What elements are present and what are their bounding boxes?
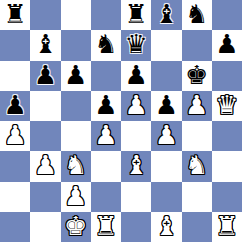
square-e3[interactable]: ♝ bbox=[121, 151, 151, 181]
black-bishop: ♝ bbox=[34, 31, 57, 57]
square-h2[interactable] bbox=[212, 182, 242, 212]
black-pawn: ♟ bbox=[124, 62, 147, 88]
square-e5[interactable]: ♟ bbox=[121, 91, 151, 121]
square-b8[interactable] bbox=[30, 0, 60, 30]
black-pawn: ♟ bbox=[94, 92, 117, 118]
square-b6[interactable]: ♟ bbox=[30, 61, 60, 91]
white-pawn: ♟ bbox=[64, 183, 87, 209]
white-pawn: ♟ bbox=[3, 122, 26, 148]
square-c2[interactable]: ♟ bbox=[61, 182, 91, 212]
square-c4[interactable] bbox=[61, 121, 91, 151]
white-king: ♚ bbox=[64, 213, 87, 239]
black-pawn: ♟ bbox=[3, 92, 26, 118]
black-pawn: ♟ bbox=[34, 62, 57, 88]
square-a1[interactable] bbox=[0, 212, 30, 242]
white-pawn: ♟ bbox=[155, 122, 178, 148]
square-c3[interactable]: ♞ bbox=[61, 151, 91, 181]
square-a4[interactable]: ♟ bbox=[0, 121, 30, 151]
square-h5[interactable]: ♛ bbox=[212, 91, 242, 121]
square-h3[interactable] bbox=[212, 151, 242, 181]
square-h4[interactable] bbox=[212, 121, 242, 151]
square-a5[interactable]: ♟ bbox=[0, 91, 30, 121]
white-pawn: ♟ bbox=[94, 122, 117, 148]
square-g2[interactable] bbox=[182, 182, 212, 212]
square-b3[interactable]: ♟ bbox=[30, 151, 60, 181]
square-a7[interactable] bbox=[0, 30, 30, 60]
square-d7[interactable]: ♞ bbox=[91, 30, 121, 60]
square-g6[interactable]: ♚ bbox=[182, 61, 212, 91]
square-h1[interactable]: ♜ bbox=[212, 212, 242, 242]
square-f5[interactable]: ♟ bbox=[151, 91, 181, 121]
square-e2[interactable] bbox=[121, 182, 151, 212]
square-g8[interactable]: ♞ bbox=[182, 0, 212, 30]
square-f8[interactable]: ♝ bbox=[151, 0, 181, 30]
white-bishop: ♝ bbox=[124, 152, 147, 178]
white-queen: ♛ bbox=[215, 92, 238, 118]
square-f1[interactable]: ♝ bbox=[151, 212, 181, 242]
square-c6[interactable]: ♟ bbox=[61, 61, 91, 91]
square-f7[interactable] bbox=[151, 30, 181, 60]
square-b5[interactable] bbox=[30, 91, 60, 121]
black-pawn: ♟ bbox=[155, 92, 178, 118]
square-d4[interactable]: ♟ bbox=[91, 121, 121, 151]
square-g1[interactable] bbox=[182, 212, 212, 242]
square-e1[interactable] bbox=[121, 212, 151, 242]
white-knight: ♞ bbox=[64, 152, 87, 178]
white-pawn: ♟ bbox=[124, 92, 147, 118]
square-b1[interactable] bbox=[30, 212, 60, 242]
square-h6[interactable] bbox=[212, 61, 242, 91]
square-f2[interactable] bbox=[151, 182, 181, 212]
square-a6[interactable] bbox=[0, 61, 30, 91]
square-c5[interactable] bbox=[61, 91, 91, 121]
black-rook: ♜ bbox=[3, 1, 26, 27]
square-d3[interactable] bbox=[91, 151, 121, 181]
black-knight: ♞ bbox=[185, 1, 208, 27]
white-rook: ♜ bbox=[215, 213, 238, 239]
square-c1[interactable]: ♚ bbox=[61, 212, 91, 242]
black-queen: ♛ bbox=[124, 31, 147, 57]
black-king: ♚ bbox=[185, 62, 208, 88]
square-d8[interactable] bbox=[91, 0, 121, 30]
black-knight: ♞ bbox=[94, 31, 117, 57]
black-pawn: ♟ bbox=[64, 62, 87, 88]
white-rook: ♜ bbox=[94, 213, 117, 239]
square-e4[interactable] bbox=[121, 121, 151, 151]
square-f4[interactable]: ♟ bbox=[151, 121, 181, 151]
square-b7[interactable]: ♝ bbox=[30, 30, 60, 60]
square-g7[interactable] bbox=[182, 30, 212, 60]
square-e6[interactable]: ♟ bbox=[121, 61, 151, 91]
square-g5[interactable]: ♟ bbox=[182, 91, 212, 121]
square-f3[interactable] bbox=[151, 151, 181, 181]
square-h7[interactable]: ♟ bbox=[212, 30, 242, 60]
chess-board: ♜♜♝♞♝♞♛♟♟♟♟♚♟♟♟♟♟♛♟♟♟♟♞♝♞♟♚♜♝♜ bbox=[0, 0, 242, 242]
square-e7[interactable]: ♛ bbox=[121, 30, 151, 60]
black-bishop: ♝ bbox=[155, 1, 178, 27]
square-d5[interactable]: ♟ bbox=[91, 91, 121, 121]
square-f6[interactable] bbox=[151, 61, 181, 91]
white-knight: ♞ bbox=[185, 152, 208, 178]
square-d6[interactable] bbox=[91, 61, 121, 91]
square-a2[interactable] bbox=[0, 182, 30, 212]
square-d2[interactable] bbox=[91, 182, 121, 212]
white-pawn: ♟ bbox=[185, 92, 208, 118]
square-c8[interactable] bbox=[61, 0, 91, 30]
square-c7[interactable] bbox=[61, 30, 91, 60]
white-bishop: ♝ bbox=[155, 213, 178, 239]
white-pawn: ♟ bbox=[34, 152, 57, 178]
square-b2[interactable] bbox=[30, 182, 60, 212]
square-d1[interactable]: ♜ bbox=[91, 212, 121, 242]
square-g3[interactable]: ♞ bbox=[182, 151, 212, 181]
square-b4[interactable] bbox=[30, 121, 60, 151]
square-e8[interactable]: ♜ bbox=[121, 0, 151, 30]
square-a3[interactable] bbox=[0, 151, 30, 181]
black-rook: ♜ bbox=[124, 1, 147, 27]
black-pawn: ♟ bbox=[215, 31, 238, 57]
square-g4[interactable] bbox=[182, 121, 212, 151]
square-a8[interactable]: ♜ bbox=[0, 0, 30, 30]
square-h8[interactable] bbox=[212, 0, 242, 30]
